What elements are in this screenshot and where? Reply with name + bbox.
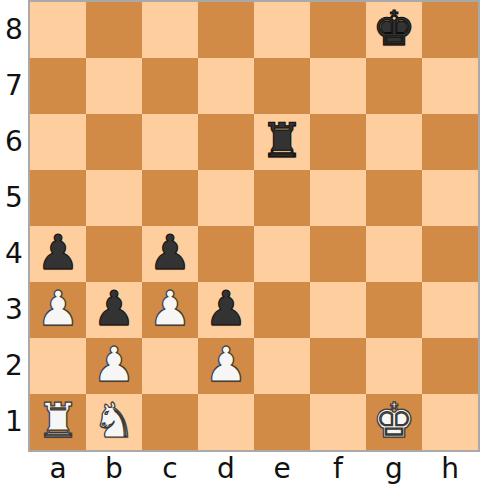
square-c8[interactable] [142,2,198,58]
square-b7[interactable] [86,58,142,114]
square-f3[interactable] [310,282,366,338]
square-g4[interactable] [366,226,422,282]
square-b8[interactable] [86,2,142,58]
square-b5[interactable] [86,170,142,226]
square-d8[interactable] [198,2,254,58]
file-label-d: d [198,452,254,486]
square-f4[interactable] [310,226,366,282]
rank-label-5: 5 [0,170,28,226]
black-pawn: ♟ [36,224,79,280]
square-b3[interactable]: ♟ [86,282,142,338]
rank-label-6: 6 [0,114,28,170]
rank-label-8: 8 [0,2,28,58]
file-label-h: h [422,452,478,486]
square-d4[interactable] [198,226,254,282]
file-label-a: a [30,452,86,486]
square-h8[interactable] [422,2,478,58]
square-h6[interactable] [422,114,478,170]
square-g8[interactable]: ♚ [366,2,422,58]
chess-board: ♚♜♟♟♟♟♟♟♟♟♜♞♚ [30,2,478,450]
square-e5[interactable] [254,170,310,226]
square-d1[interactable] [198,394,254,450]
square-c7[interactable] [142,58,198,114]
square-h3[interactable] [422,282,478,338]
square-a2[interactable] [30,338,86,394]
square-c1[interactable] [142,394,198,450]
square-a4[interactable]: ♟ [30,226,86,282]
square-g5[interactable] [366,170,422,226]
white-king: ♚ [372,392,415,448]
rank-label-7: 7 [0,58,28,114]
square-c6[interactable] [142,114,198,170]
file-label-b: b [86,452,142,486]
square-a1[interactable]: ♜ [30,394,86,450]
square-c5[interactable] [142,170,198,226]
board-frame: ♚♜♟♟♟♟♟♟♟♟♜♞♚ [28,0,480,452]
file-label-e: e [254,452,310,486]
file-labels: abcdefgh [30,452,478,486]
square-c3[interactable]: ♟ [142,282,198,338]
square-f2[interactable] [310,338,366,394]
square-e8[interactable] [254,2,310,58]
square-g1[interactable]: ♚ [366,394,422,450]
file-label-g: g [366,452,422,486]
rank-label-3: 3 [0,282,28,338]
white-rook: ♜ [36,392,79,448]
square-a8[interactable] [30,2,86,58]
square-f8[interactable] [310,2,366,58]
square-b2[interactable]: ♟ [86,338,142,394]
square-d2[interactable]: ♟ [198,338,254,394]
white-pawn: ♟ [36,280,79,336]
square-f6[interactable] [310,114,366,170]
rank-label-1: 1 [0,394,28,450]
rank-label-4: 4 [0,226,28,282]
chess-diagram: 87654321 ♚♜♟♟♟♟♟♟♟♟♜♞♚ abcdefgh [0,0,480,486]
square-a5[interactable] [30,170,86,226]
square-f5[interactable] [310,170,366,226]
square-e3[interactable] [254,282,310,338]
square-e1[interactable] [254,394,310,450]
square-e4[interactable] [254,226,310,282]
square-h4[interactable] [422,226,478,282]
square-h5[interactable] [422,170,478,226]
square-e6[interactable]: ♜ [254,114,310,170]
black-king: ♚ [372,0,415,56]
white-pawn: ♟ [148,280,191,336]
square-h2[interactable] [422,338,478,394]
square-d6[interactable] [198,114,254,170]
square-e7[interactable] [254,58,310,114]
square-a6[interactable] [30,114,86,170]
square-g7[interactable] [366,58,422,114]
square-c4[interactable]: ♟ [142,226,198,282]
black-pawn: ♟ [92,280,135,336]
rank-labels: 87654321 [0,2,28,450]
file-label-c: c [142,452,198,486]
square-c2[interactable] [142,338,198,394]
square-b6[interactable] [86,114,142,170]
square-f1[interactable] [310,394,366,450]
white-pawn: ♟ [92,336,135,392]
white-pawn: ♟ [204,336,247,392]
black-pawn: ♟ [204,280,247,336]
white-knight: ♞ [92,392,135,448]
square-h7[interactable] [422,58,478,114]
square-a3[interactable]: ♟ [30,282,86,338]
square-d7[interactable] [198,58,254,114]
square-g2[interactable] [366,338,422,394]
square-b1[interactable]: ♞ [86,394,142,450]
rank-label-2: 2 [0,338,28,394]
square-g6[interactable] [366,114,422,170]
square-h1[interactable] [422,394,478,450]
file-label-f: f [310,452,366,486]
black-rook: ♜ [260,112,303,168]
square-g3[interactable] [366,282,422,338]
square-d5[interactable] [198,170,254,226]
square-f7[interactable] [310,58,366,114]
square-a7[interactable] [30,58,86,114]
square-b4[interactable] [86,226,142,282]
square-d3[interactable]: ♟ [198,282,254,338]
square-e2[interactable] [254,338,310,394]
black-pawn: ♟ [148,224,191,280]
